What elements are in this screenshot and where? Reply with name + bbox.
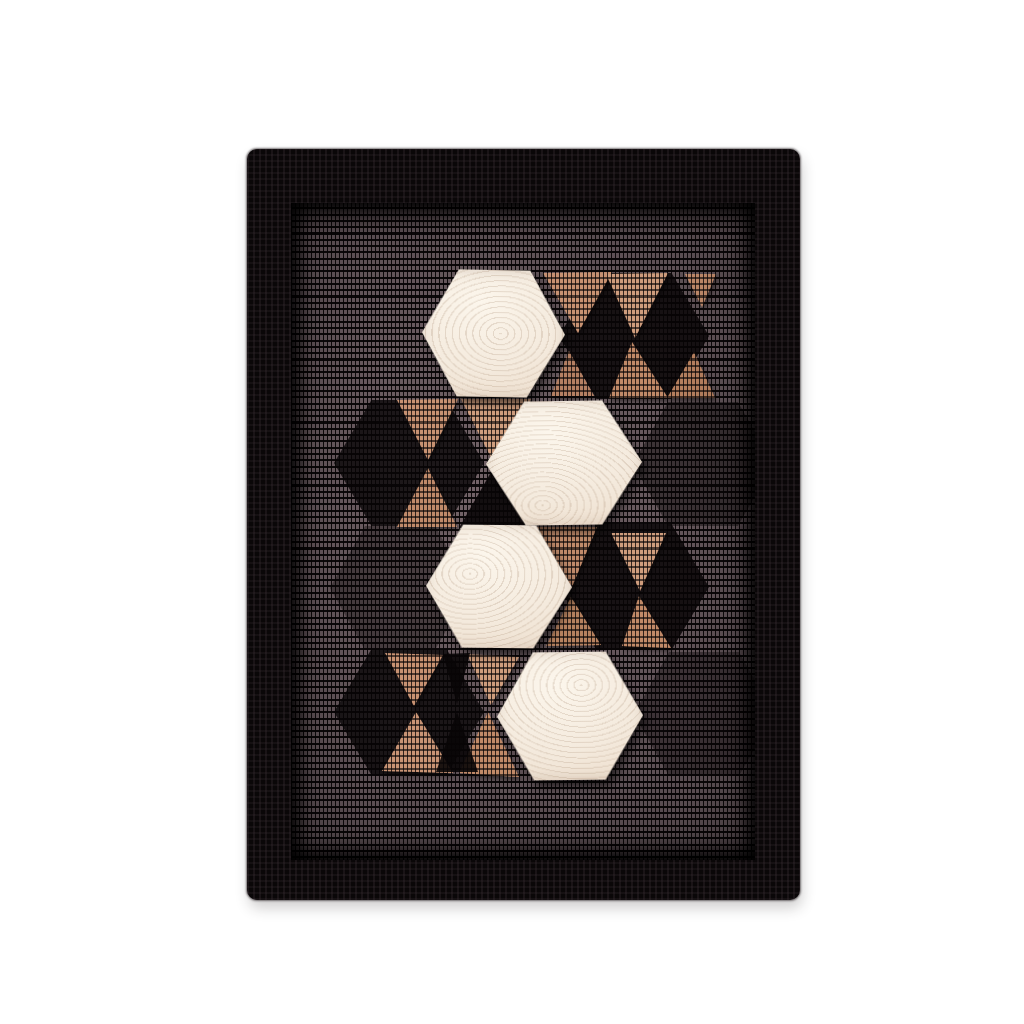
- shell-hexagon-layer: [291, 203, 755, 860]
- shell-hexagon-shadow-wrap: [496, 651, 643, 781]
- shell-hexagon-shadow-wrap: [425, 524, 572, 649]
- product-photo: [0, 0, 1024, 1024]
- shell-hexagon-shadow-wrap: [421, 269, 566, 398]
- mesh-weave-panel: [291, 203, 755, 860]
- woven-fabric-frame: [247, 149, 800, 900]
- shell-hexagon: [496, 651, 643, 781]
- shell-hexagon: [485, 400, 643, 526]
- shell-hexagon-shadow-wrap: [485, 400, 643, 526]
- shell-hexagon: [425, 524, 572, 649]
- shell-hexagon: [421, 269, 566, 398]
